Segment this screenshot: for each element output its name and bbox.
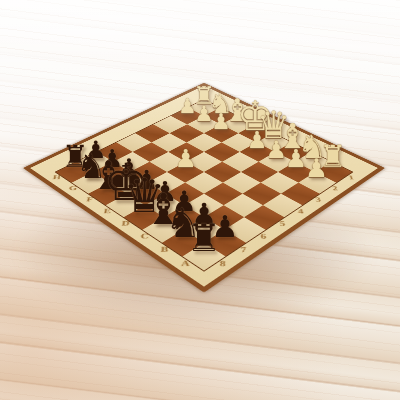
file-label-h: H xyxy=(42,172,71,183)
rank-label-4: 4 xyxy=(289,203,312,220)
rank-label-5: 5 xyxy=(271,214,294,232)
rank-label-8: 8 xyxy=(211,253,234,273)
file-label-f: F xyxy=(75,193,105,205)
file-label-d: D xyxy=(110,217,140,230)
file-label-a: A xyxy=(170,256,201,271)
rank-label-7: 7 xyxy=(232,240,255,259)
file-label-g: G xyxy=(58,182,88,193)
photo-scene: HGFEDCBA12345678 ♜♟♞♟♝♟♚♛♟♝♟♟♞♜♟♟♟♜♞♟♟♝♟… xyxy=(0,0,400,400)
file-label-e: E xyxy=(92,205,122,217)
rank-label-6: 6 xyxy=(252,227,275,245)
file-label-c: C xyxy=(129,229,160,242)
file-label-b: B xyxy=(149,242,180,256)
rank-label-3: 3 xyxy=(307,191,330,207)
